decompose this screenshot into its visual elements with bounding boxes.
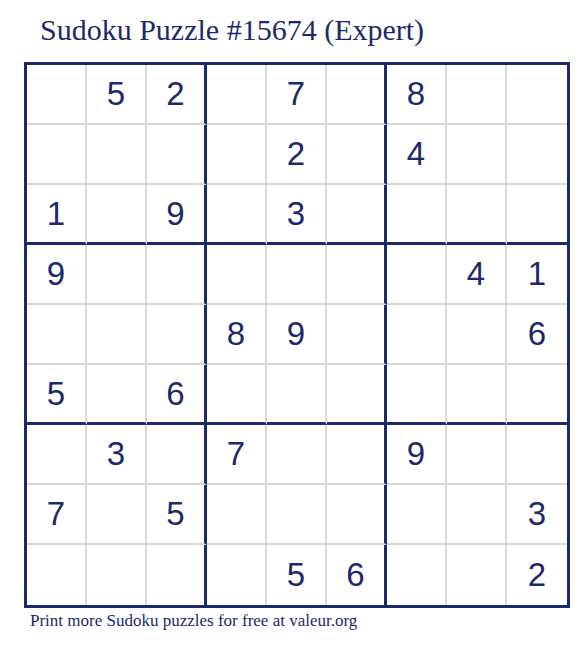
cell-r9c1: [27, 545, 87, 605]
cell-r4c3: [147, 245, 207, 305]
cell-r3c4: [207, 185, 267, 245]
cell-r7c3: [147, 425, 207, 485]
cell-r7c6: [327, 425, 387, 485]
cell-r6c9: [507, 365, 567, 425]
cell-r7c4: 7: [207, 425, 267, 485]
cell-r4c8: 4: [447, 245, 507, 305]
cell-r6c1: 5: [27, 365, 87, 425]
cell-r4c1: 9: [27, 245, 87, 305]
cell-r6c2: [87, 365, 147, 425]
cell-r5c9: 6: [507, 305, 567, 365]
footer-text: Print more Sudoku puzzles for free at va…: [30, 611, 357, 631]
cell-r6c3: 6: [147, 365, 207, 425]
cell-r1c3: 2: [147, 65, 207, 125]
cell-r3c9: [507, 185, 567, 245]
cell-r2c1: [27, 125, 87, 185]
cell-r2c3: [147, 125, 207, 185]
cell-r6c4: [207, 365, 267, 425]
cell-r3c7: [387, 185, 447, 245]
cell-r5c4: 8: [207, 305, 267, 365]
cell-r2c2: [87, 125, 147, 185]
cell-r7c5: [267, 425, 327, 485]
cell-r3c3: 9: [147, 185, 207, 245]
cell-r1c4: [207, 65, 267, 125]
cell-r1c7: 8: [387, 65, 447, 125]
cell-r5c7: [387, 305, 447, 365]
cell-r9c4: [207, 545, 267, 605]
cell-r4c6: [327, 245, 387, 305]
cell-r8c1: 7: [27, 485, 87, 545]
cell-r5c3: [147, 305, 207, 365]
cell-r5c2: [87, 305, 147, 365]
cell-r7c9: [507, 425, 567, 485]
cell-r9c8: [447, 545, 507, 605]
page-title: Sudoku Puzzle #15674 (Expert): [40, 12, 424, 48]
cell-r1c9: [507, 65, 567, 125]
cell-r6c8: [447, 365, 507, 425]
cell-r9c3: [147, 545, 207, 605]
cell-r1c2: 5: [87, 65, 147, 125]
cell-r2c5: 2: [267, 125, 327, 185]
cell-r1c8: [447, 65, 507, 125]
cell-r4c4: [207, 245, 267, 305]
cell-r8c4: [207, 485, 267, 545]
cell-r9c2: [87, 545, 147, 605]
cell-r4c7: [387, 245, 447, 305]
cell-r5c6: [327, 305, 387, 365]
cell-r7c8: [447, 425, 507, 485]
cell-r8c7: [387, 485, 447, 545]
cell-r4c9: 1: [507, 245, 567, 305]
cell-r6c7: [387, 365, 447, 425]
cell-r1c5: 7: [267, 65, 327, 125]
cell-r2c6: [327, 125, 387, 185]
cell-r2c4: [207, 125, 267, 185]
cell-r3c2: [87, 185, 147, 245]
cell-r3c6: [327, 185, 387, 245]
cell-r9c6: 6: [327, 545, 387, 605]
cell-r3c8: [447, 185, 507, 245]
cell-r4c5: [267, 245, 327, 305]
cell-r2c9: [507, 125, 567, 185]
cell-r6c6: [327, 365, 387, 425]
cell-r5c5: 9: [267, 305, 327, 365]
cell-r8c6: [327, 485, 387, 545]
cell-r1c6: [327, 65, 387, 125]
cell-r5c1: [27, 305, 87, 365]
sudoku-board: 52782419394189656379753562: [24, 62, 570, 608]
cell-r8c9: 3: [507, 485, 567, 545]
cell-r2c7: 4: [387, 125, 447, 185]
cell-r1c1: [27, 65, 87, 125]
cell-r9c7: [387, 545, 447, 605]
cell-r8c3: 5: [147, 485, 207, 545]
cell-r9c5: 5: [267, 545, 327, 605]
cell-r8c2: [87, 485, 147, 545]
cell-r9c9: 2: [507, 545, 567, 605]
cell-r8c5: [267, 485, 327, 545]
cell-r7c2: 3: [87, 425, 147, 485]
cell-r5c8: [447, 305, 507, 365]
cell-r3c1: 1: [27, 185, 87, 245]
cell-r8c8: [447, 485, 507, 545]
cell-r6c5: [267, 365, 327, 425]
cell-r3c5: 3: [267, 185, 327, 245]
cell-r7c7: 9: [387, 425, 447, 485]
cell-r2c8: [447, 125, 507, 185]
cell-r7c1: [27, 425, 87, 485]
cell-r4c2: [87, 245, 147, 305]
